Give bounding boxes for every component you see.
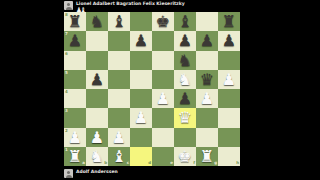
square-c3[interactable]	[108, 108, 130, 127]
piece-black-pawn-h7[interactable]: ♟	[218, 31, 240, 50]
piece-black-pawn-g7[interactable]: ♟	[196, 31, 218, 50]
square-g2[interactable]	[196, 128, 218, 147]
square-a1[interactable]: 1a♜	[64, 147, 86, 166]
piece-black-knight-b8[interactable]: ♞	[86, 12, 108, 31]
square-b7[interactable]	[86, 31, 108, 50]
piece-white-pawn-h5[interactable]: ♟	[218, 70, 240, 89]
square-f2[interactable]	[174, 128, 196, 147]
square-d1[interactable]: d	[130, 147, 152, 166]
piece-black-bishop-f8[interactable]: ♝	[174, 12, 196, 31]
square-h7[interactable]: ♟	[218, 31, 240, 50]
square-d7[interactable]: ♟	[130, 31, 152, 50]
piece-white-knight-b1[interactable]: ♞	[86, 147, 108, 166]
file-label-h: h	[236, 161, 239, 165]
square-d4[interactable]	[130, 89, 152, 108]
piece-white-pawn-b2[interactable]: ♟	[86, 128, 108, 147]
square-h1[interactable]: h	[218, 147, 240, 166]
piece-black-bishop-c8[interactable]: ♝	[108, 12, 130, 31]
square-e6[interactable]	[152, 51, 174, 70]
square-g3[interactable]	[196, 108, 218, 127]
square-h4[interactable]	[218, 89, 240, 108]
square-b3[interactable]	[86, 108, 108, 127]
piece-white-pawn-a2[interactable]: ♟	[64, 128, 86, 147]
square-h3[interactable]	[218, 108, 240, 127]
piece-black-rook-a8[interactable]: ♜	[64, 12, 86, 31]
square-c1[interactable]: c♝	[108, 147, 130, 166]
square-a2[interactable]: 2♟	[64, 128, 86, 147]
square-c5[interactable]	[108, 70, 130, 89]
square-g1[interactable]: g♜	[196, 147, 218, 166]
square-e2[interactable]	[152, 128, 174, 147]
square-b1[interactable]: b♞	[86, 147, 108, 166]
piece-black-king-e8[interactable]: ♚	[152, 12, 174, 31]
square-a7[interactable]: 7♟	[64, 31, 86, 50]
rank-label-5: 5	[65, 71, 68, 75]
square-h2[interactable]	[218, 128, 240, 147]
square-b2[interactable]: ♟	[86, 128, 108, 147]
square-c4[interactable]	[108, 89, 130, 108]
square-g6[interactable]	[196, 51, 218, 70]
rank-label-6: 6	[65, 52, 68, 56]
square-f5[interactable]: ♞	[174, 70, 196, 89]
piece-white-bishop-c1[interactable]: ♝	[108, 147, 130, 166]
square-d3[interactable]: ♟	[130, 108, 152, 127]
piece-black-pawn-f4[interactable]: ♟	[174, 89, 196, 108]
player-bar-bottom: Adolf Anderssen	[64, 169, 118, 178]
square-f8[interactable]: ♝	[174, 12, 196, 31]
piece-black-knight-f6[interactable]: ♞	[174, 51, 196, 70]
piece-white-pawn-g4[interactable]: ♟	[196, 89, 218, 108]
square-b6[interactable]	[86, 51, 108, 70]
piece-white-rook-a1[interactable]: ♜	[64, 147, 86, 166]
square-a4[interactable]: 4	[64, 89, 86, 108]
square-b4[interactable]	[86, 89, 108, 108]
square-g5[interactable]: ♛	[196, 70, 218, 89]
piece-white-pawn-d3[interactable]: ♟	[130, 108, 152, 127]
square-f4[interactable]: ♟	[174, 89, 196, 108]
square-g4[interactable]: ♟	[196, 89, 218, 108]
piece-white-pawn-e4[interactable]: ♟	[152, 89, 174, 108]
piece-black-queen-g5[interactable]: ♛	[196, 70, 218, 89]
piece-white-king-f1[interactable]: ♚	[174, 147, 196, 166]
square-e1[interactable]: e	[152, 147, 174, 166]
square-c2[interactable]: ♟	[108, 128, 130, 147]
square-f3[interactable]: ♛	[174, 108, 196, 127]
square-e7[interactable]	[152, 31, 174, 50]
square-e3[interactable]	[152, 108, 174, 127]
square-e4[interactable]: ♟	[152, 89, 174, 108]
square-a6[interactable]: 6	[64, 51, 86, 70]
file-label-d: d	[148, 161, 151, 165]
player-avatar-top[interactable]	[64, 1, 73, 10]
square-c7[interactable]	[108, 31, 130, 50]
square-b8[interactable]: ♞	[86, 12, 108, 31]
square-d8[interactable]	[130, 12, 152, 31]
square-h6[interactable]	[218, 51, 240, 70]
piece-white-queen-f3[interactable]: ♛	[174, 108, 196, 127]
square-a5[interactable]: 5	[64, 70, 86, 89]
square-f1[interactable]: f♚	[174, 147, 196, 166]
square-f6[interactable]: ♞	[174, 51, 196, 70]
piece-black-rook-h8[interactable]: ♜	[218, 12, 240, 31]
piece-white-pawn-c2[interactable]: ♟	[108, 128, 130, 147]
chess-board[interactable]: 8♜♞♝♚♝♜7♟♟♟♟♟6♞5♟♞♛♟4♟♟♟3♟♛2♟♟♟1a♜b♞c♝de…	[64, 12, 240, 166]
player-avatar-bottom[interactable]	[64, 169, 73, 178]
square-f7[interactable]: ♟	[174, 31, 196, 50]
square-h8[interactable]: ♜	[218, 12, 240, 31]
square-g7[interactable]: ♟	[196, 31, 218, 50]
player-bar-top: Lionel Adalbert Bagration Felix Kieserit…	[64, 1, 185, 13]
square-b5[interactable]: ♟	[86, 70, 108, 89]
piece-black-pawn-a7[interactable]: ♟	[64, 31, 86, 50]
square-a8[interactable]: 8♜	[64, 12, 86, 31]
square-d6[interactable]	[130, 51, 152, 70]
piece-black-pawn-b5[interactable]: ♟	[86, 70, 108, 89]
square-h5[interactable]: ♟	[218, 70, 240, 89]
piece-white-knight-f5[interactable]: ♞	[174, 70, 196, 89]
rank-label-4: 4	[65, 90, 68, 94]
piece-white-rook-g1[interactable]: ♜	[196, 147, 218, 166]
square-e5[interactable]	[152, 70, 174, 89]
square-a3[interactable]: 3	[64, 108, 86, 127]
square-d5[interactable]	[130, 70, 152, 89]
square-g8[interactable]	[196, 12, 218, 31]
piece-black-pawn-d7[interactable]: ♟	[130, 31, 152, 50]
square-c8[interactable]: ♝	[108, 12, 130, 31]
rank-label-3: 3	[65, 109, 68, 113]
square-c6[interactable]	[108, 51, 130, 70]
square-d2[interactable]	[130, 128, 152, 147]
square-e8[interactable]: ♚	[152, 12, 174, 31]
file-label-e: e	[170, 161, 173, 165]
piece-black-pawn-f7[interactable]: ♟	[174, 31, 196, 50]
player-name-bottom[interactable]: Adolf Anderssen	[76, 169, 118, 175]
